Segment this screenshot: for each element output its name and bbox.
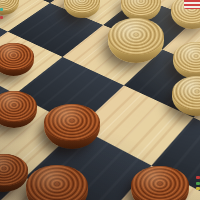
edge-artifact	[0, 8, 3, 19]
checker-piece-dark[interactable]	[0, 43, 34, 76]
checker-piece-dark[interactable]	[26, 165, 88, 200]
edge-artifact	[196, 176, 200, 190]
checker-piece-light[interactable]	[108, 18, 164, 63]
checker-piece-dark[interactable]	[131, 166, 189, 200]
checkers-game-screenshot	[0, 0, 200, 200]
checker-piece-dark[interactable]	[44, 104, 100, 149]
flag-icon	[184, 0, 200, 9]
